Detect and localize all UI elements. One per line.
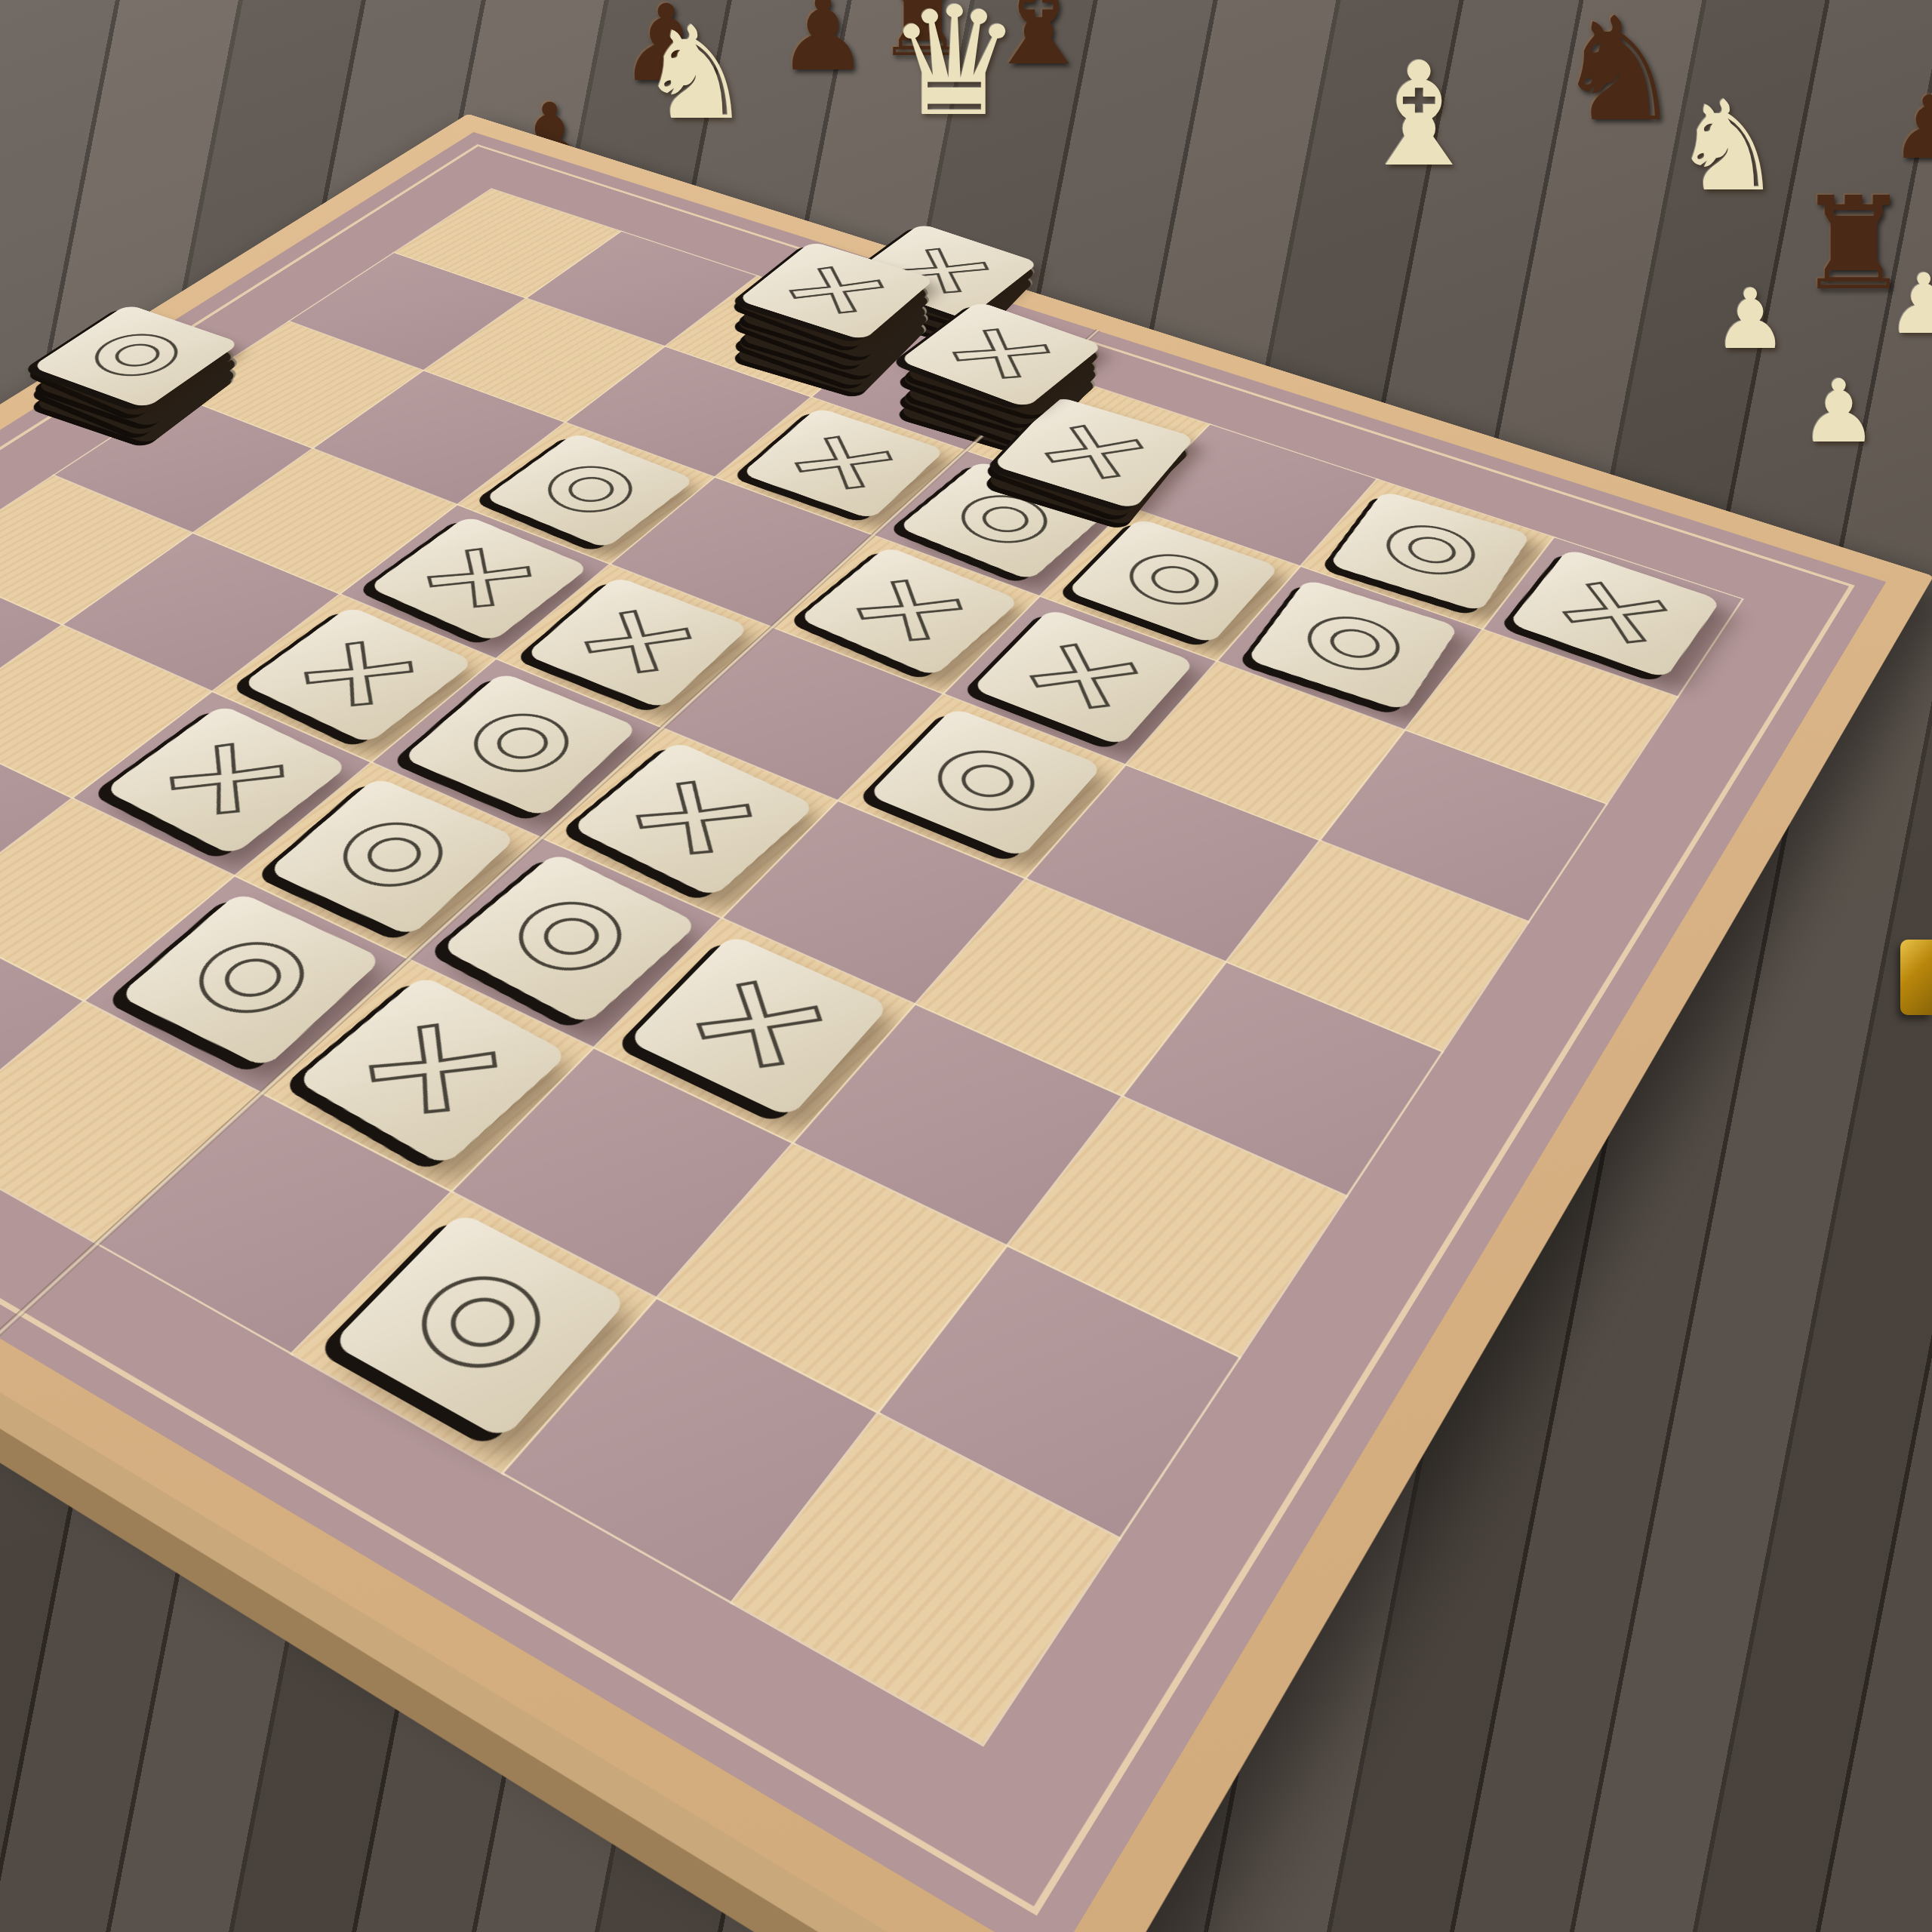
stack-top-tile-o (31, 304, 240, 409)
scene: ♜♟♜♟♟♟♟♟♟♞♟♜♛♝♝♞♞♜♟♟♟♟ (0, 0, 1932, 1932)
square-r6c2[interactable] (0, 626, 212, 799)
o-stack-left[interactable] (33, 341, 241, 448)
stack-layer (851, 234, 1039, 329)
square-r2c1[interactable] (289, 253, 526, 371)
stack-layer (35, 323, 243, 428)
brown-pawn[interactable]: ♟ (1890, 85, 1932, 171)
stack-top-tile-x (737, 241, 935, 340)
tile-x-r3c6[interactable] (971, 608, 1195, 746)
x-stack-front[interactable] (734, 297, 930, 398)
stack-layer (734, 249, 934, 350)
tile-o-r5c4[interactable] (402, 672, 639, 817)
tile-x-r6c3[interactable] (104, 704, 349, 856)
stack-layer (734, 268, 933, 369)
stack-layer (734, 296, 925, 395)
brown-knight[interactable]: ♞ (1555, 0, 1683, 142)
board-position-wrapper (0, 0, 1417, 1483)
stack-layer (738, 260, 934, 359)
stack-layer (899, 339, 1100, 446)
white-pawn[interactable]: ♟ (1887, 263, 1932, 346)
stack-layer (30, 312, 240, 418)
x-stack-back[interactable] (844, 252, 1035, 349)
square-r1c1[interactable] (394, 189, 621, 299)
white-knight[interactable]: ♞ (1672, 85, 1783, 209)
stack-layer (898, 349, 1094, 454)
tile-o-r1c7[interactable] (1328, 491, 1531, 612)
square-r2c2[interactable] (423, 299, 665, 423)
stack-layer (904, 312, 1103, 418)
tile-x-r5c3[interactable] (241, 605, 475, 743)
brass-latch[interactable] (1900, 940, 1932, 1015)
white-pawn[interactable]: ♟ (1713, 278, 1788, 361)
x-stack-middle[interactable] (898, 349, 1098, 457)
tile-x-r2c4[interactable] (741, 407, 946, 519)
square-r5c1[interactable] (0, 475, 193, 625)
stack-layer (845, 251, 1031, 346)
stack-layer (33, 340, 240, 445)
stack-layer (735, 286, 932, 387)
stack-layer (33, 331, 241, 437)
tile-x-r3c5[interactable] (798, 546, 1020, 677)
stack-layer (740, 278, 934, 378)
square-r1c3[interactable] (665, 276, 900, 398)
square-r6c1[interactable] (0, 562, 63, 725)
white-pawn[interactable]: ♟ (1800, 368, 1878, 455)
stack-top-tile-x (899, 301, 1103, 408)
square-r1c2[interactable] (526, 232, 758, 347)
tile-o-r2c6[interactable] (1066, 518, 1280, 644)
stack-layer (846, 241, 1037, 338)
tile-x-r4c4[interactable] (525, 576, 750, 709)
tile-x-r4c3[interactable] (368, 515, 590, 642)
stack-layer (899, 320, 1102, 427)
stack-top-tile-x (846, 223, 1038, 320)
square-r3c1[interactable] (176, 321, 423, 449)
square-r4c1[interactable] (54, 395, 312, 534)
tile-o-r3c3[interactable] (484, 432, 696, 549)
stack-layer (905, 331, 1102, 437)
